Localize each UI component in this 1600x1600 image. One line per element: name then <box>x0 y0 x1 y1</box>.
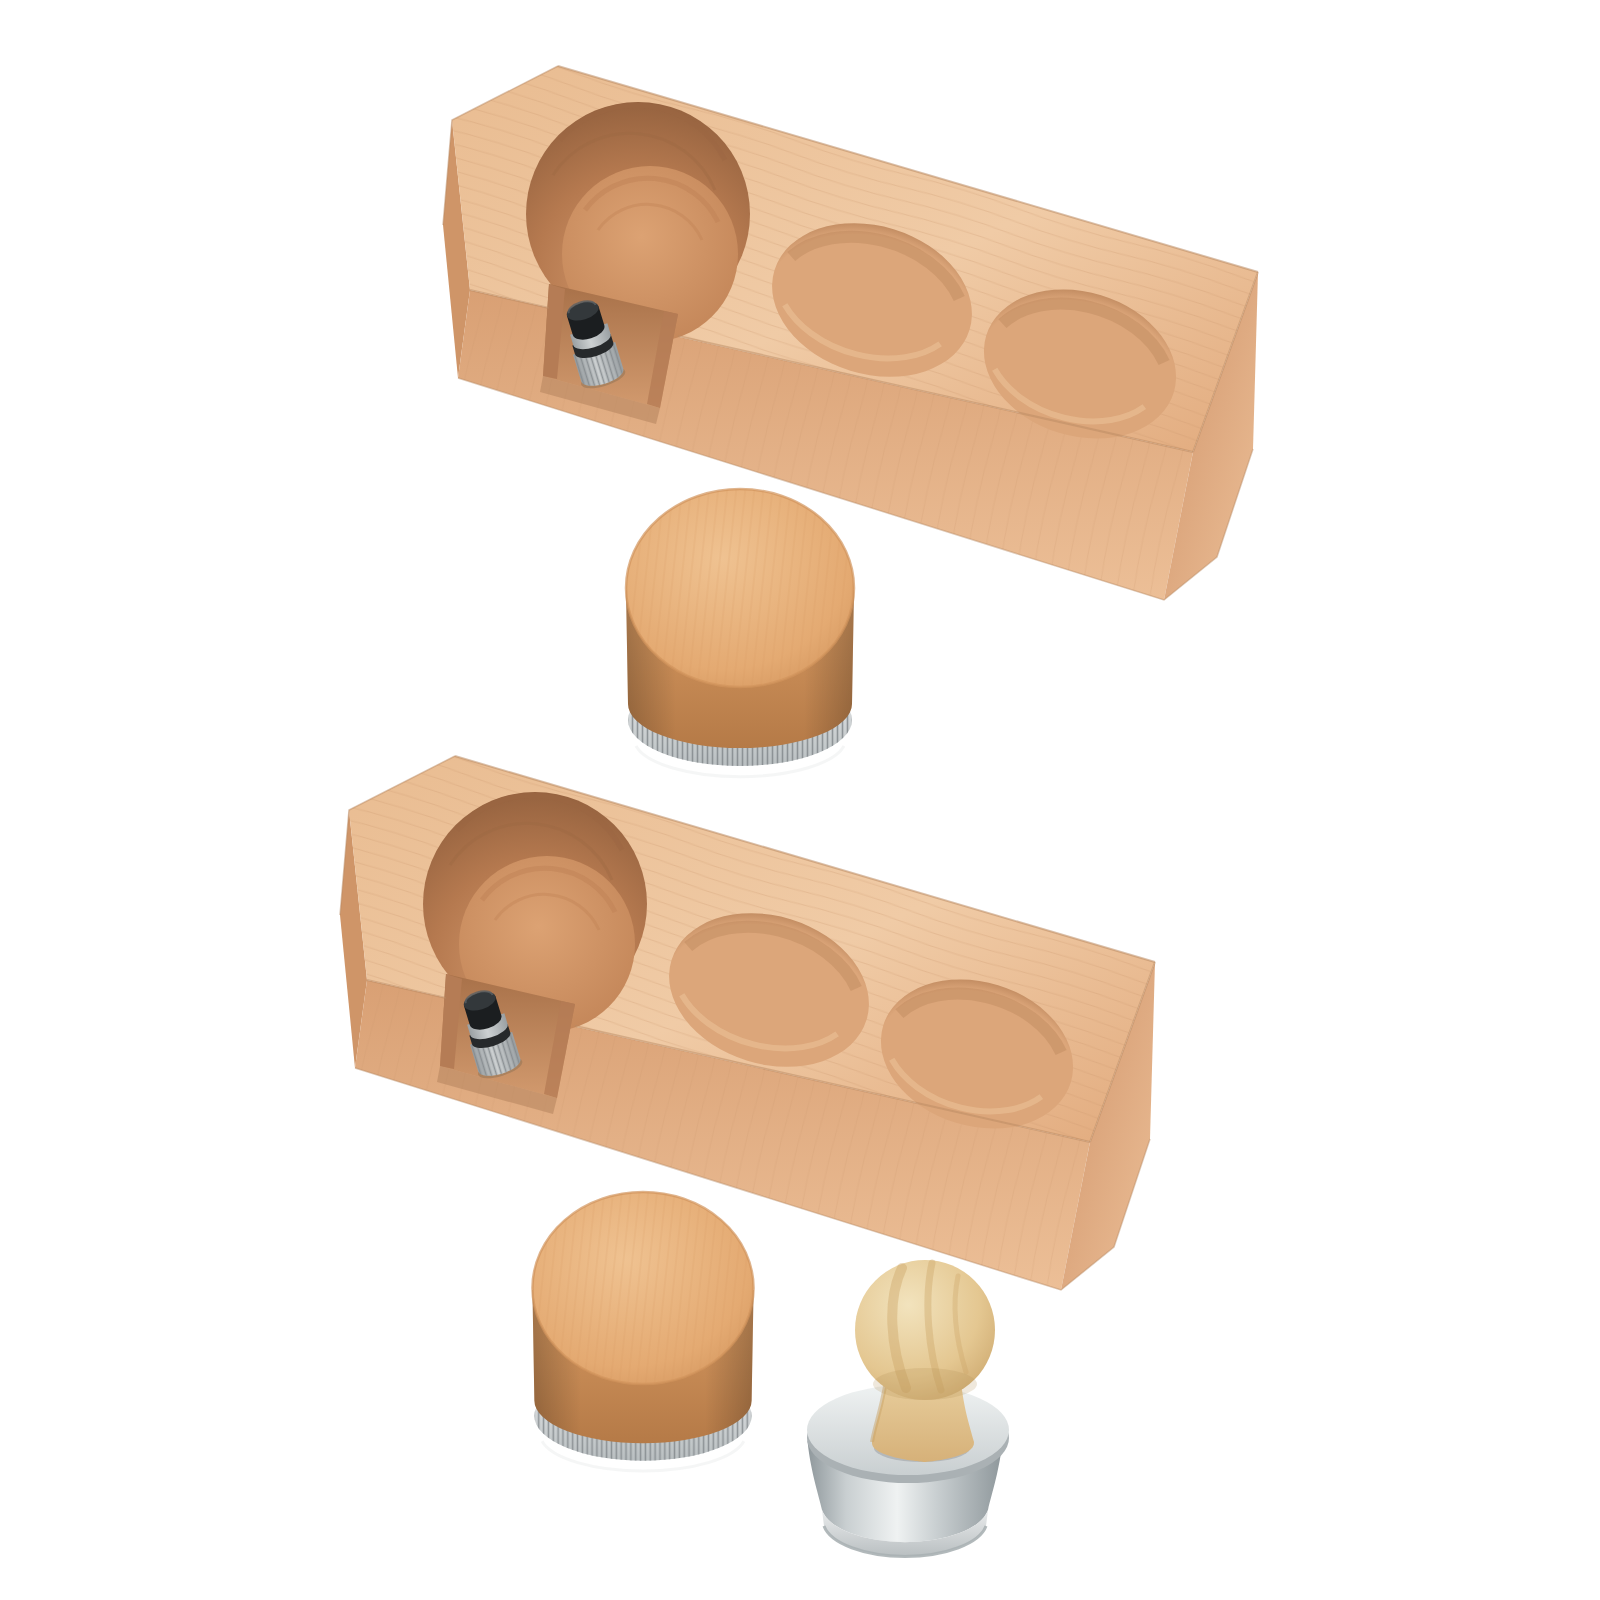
coffee-distributor-bottom <box>532 1192 753 1471</box>
product-photo-canvas <box>0 0 1600 1600</box>
espresso-tamper-set-photo <box>0 0 1600 1600</box>
ball-bottom-shade <box>873 1368 977 1400</box>
coffee-distributor-top <box>626 489 854 777</box>
